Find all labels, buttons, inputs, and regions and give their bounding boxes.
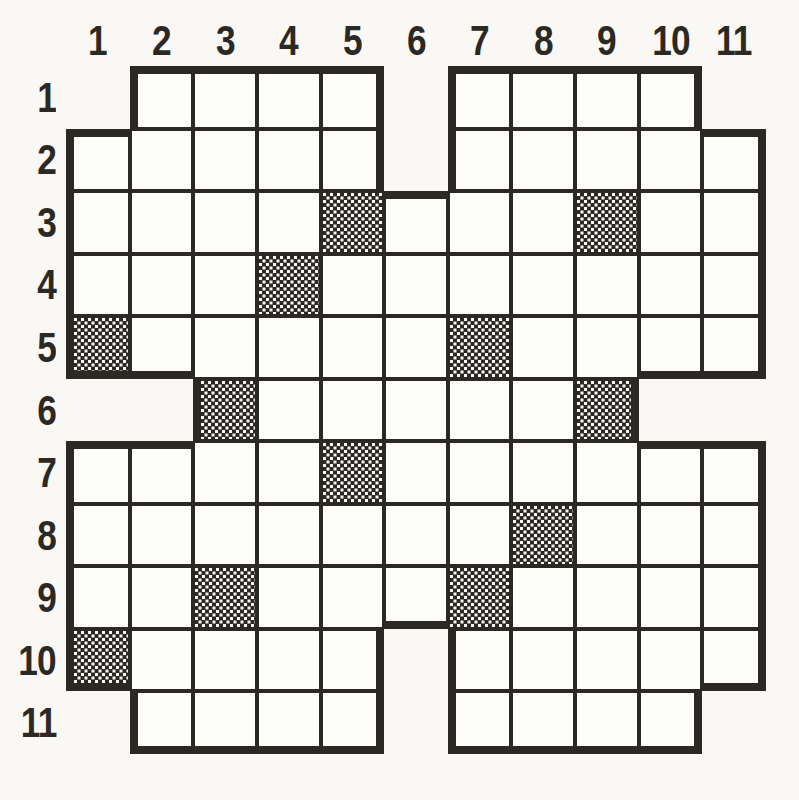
cell-r2c4[interactable] [257,129,321,192]
row-label-5: 5 [37,326,56,369]
cell-r7c3[interactable] [193,441,257,504]
cell-r11c4[interactable] [257,691,321,754]
cell-r3c7[interactable] [448,191,512,254]
cell-r1c7[interactable] [448,66,512,129]
column-label-slot-3: 3 [193,10,257,62]
row-label-slot-3: 3 [0,191,58,254]
column-labels: 1234567891011 [66,10,766,62]
cell-r9c9[interactable] [575,566,639,629]
column-label-5: 5 [343,19,362,62]
void-r11c1 [66,691,130,754]
cell-r9c10[interactable] [639,566,703,629]
cell-r10c4[interactable] [257,629,321,692]
row-label-10: 10 [18,639,56,682]
cell-r3c4[interactable] [257,191,321,254]
cell-r8c11[interactable] [702,504,766,567]
cell-r9c2[interactable] [130,566,194,629]
cell-r5c3[interactable] [193,316,257,379]
cell-r8c3[interactable] [193,504,257,567]
cell-r6c5[interactable] [321,379,385,442]
row-label-7: 7 [37,451,56,494]
cell-r8c1[interactable] [66,504,130,567]
puzzle-board [66,66,766,754]
cell-r10c9[interactable] [575,629,639,692]
cell-r11c8[interactable] [511,691,575,754]
cell-r9c8[interactable] [511,566,575,629]
row-label-1: 1 [37,76,56,119]
cell-r7c11[interactable] [702,441,766,504]
row-label-slot-5: 5 [0,316,58,379]
column-label-slot-5: 5 [321,10,385,62]
cell-r7c8[interactable] [511,441,575,504]
cell-r9c11[interactable] [702,566,766,629]
cell-r8c10[interactable] [639,504,703,567]
cell-r1c3[interactable] [193,66,257,129]
cell-r3c3[interactable] [193,191,257,254]
column-label-slot-7: 7 [448,10,512,62]
blocked-cell-r9c3 [193,566,257,629]
column-label-slot-11: 11 [702,10,766,62]
blocked-cell-r3c9 [575,191,639,254]
cell-r9c4[interactable] [257,566,321,629]
column-label-8: 8 [534,19,553,62]
column-label-4: 4 [279,19,298,62]
cell-r6c7[interactable] [448,379,512,442]
cell-r2c8[interactable] [511,129,575,192]
blocked-cell-r9c7 [448,566,512,629]
cell-r3c10[interactable] [639,191,703,254]
row-label-slot-7: 7 [0,441,58,504]
cell-r2c7[interactable] [448,129,512,192]
column-label-6: 6 [407,19,426,62]
cell-r5c11[interactable] [702,316,766,379]
row-label-slot-2: 2 [0,129,58,192]
row-label-slot-10: 10 [0,629,58,692]
cell-r2c1[interactable] [66,129,130,192]
void-r6c10 [639,379,703,442]
column-label-1: 1 [88,19,107,62]
cell-r7c4[interactable] [257,441,321,504]
column-label-2: 2 [152,19,171,62]
column-label-9: 9 [598,19,617,62]
void-r2c6 [384,129,448,192]
cell-r10c8[interactable] [511,629,575,692]
cell-r4c5[interactable] [321,254,385,317]
row-label-11: 11 [20,701,56,744]
column-label-7: 7 [470,19,489,62]
row-label-slot-9: 9 [0,566,58,629]
cell-r10c10[interactable] [639,629,703,692]
cell-r3c2[interactable] [130,191,194,254]
row-label-8: 8 [37,514,56,557]
blocked-cell-r7c5 [321,441,385,504]
cell-r3c11[interactable] [702,191,766,254]
cell-r4c8[interactable] [511,254,575,317]
cell-r11c7[interactable] [448,691,512,754]
void-r6c2 [130,379,194,442]
cell-r9c5[interactable] [321,566,385,629]
cell-r4c3[interactable] [193,254,257,317]
cell-r7c2[interactable] [130,441,194,504]
cell-r7c9[interactable] [575,441,639,504]
void-r11c6 [384,691,448,754]
blocked-cell-r5c1 [66,316,130,379]
void-r6c11 [702,379,766,442]
cell-r6c6[interactable] [384,379,448,442]
void-r1c11 [702,66,766,129]
cell-r1c5[interactable] [321,66,385,129]
row-labels: 1234567891011 [0,66,58,754]
cell-r10c11[interactable] [702,629,766,692]
cell-r1c2[interactable] [130,66,194,129]
row-label-slot-6: 6 [0,379,58,442]
cell-r5c8[interactable] [511,316,575,379]
column-label-slot-9: 9 [575,10,639,62]
cell-r2c3[interactable] [193,129,257,192]
void-r10c6 [384,629,448,692]
row-label-2: 2 [37,138,56,181]
cell-r11c10[interactable] [639,691,703,754]
cell-r10c5[interactable] [321,629,385,692]
row-label-slot-11: 11 [0,691,58,754]
cell-r11c9[interactable] [575,691,639,754]
cell-r8c7[interactable] [448,504,512,567]
blocked-cell-r6c9 [575,379,639,442]
row-label-4: 4 [37,263,56,306]
cell-r11c3[interactable] [193,691,257,754]
column-label-slot-1: 1 [66,10,130,62]
cell-r7c1[interactable] [66,441,130,504]
cell-r8c6[interactable] [384,504,448,567]
column-label-10: 10 [652,19,690,62]
void-r1c6 [384,66,448,129]
cell-r9c6[interactable] [384,566,448,629]
blocked-cell-r8c8 [511,504,575,567]
blocked-cell-r3c5 [321,191,385,254]
cell-r4c10[interactable] [639,254,703,317]
cell-r5c9[interactable] [575,316,639,379]
cell-r8c2[interactable] [130,504,194,567]
cell-r7c10[interactable] [639,441,703,504]
row-label-3: 3 [37,201,56,244]
cell-r4c6[interactable] [384,254,448,317]
cell-r1c10[interactable] [639,66,703,129]
cell-r1c4[interactable] [257,66,321,129]
cell-r5c2[interactable] [130,316,194,379]
cell-r4c11[interactable] [702,254,766,317]
void-r1c1 [66,66,130,129]
cell-r10c3[interactable] [193,629,257,692]
cell-r2c2[interactable] [130,129,194,192]
cell-r4c2[interactable] [130,254,194,317]
cell-r9c1[interactable] [66,566,130,629]
blocked-cell-r10c1 [66,629,130,692]
cell-r8c5[interactable] [321,504,385,567]
blocked-cell-r6c3 [193,379,257,442]
row-label-slot-4: 4 [0,254,58,317]
cell-r4c9[interactable] [575,254,639,317]
cell-r7c7[interactable] [448,441,512,504]
row-label-9: 9 [37,576,56,619]
column-label-slot-2: 2 [130,10,194,62]
cell-r3c8[interactable] [511,191,575,254]
column-label-slot-10: 10 [639,10,703,62]
cell-r3c1[interactable] [66,191,130,254]
cell-r2c9[interactable] [575,129,639,192]
cell-r10c7[interactable] [448,629,512,692]
row-label-6: 6 [37,389,56,432]
column-label-slot-8: 8 [511,10,575,62]
cell-r11c2[interactable] [130,691,194,754]
cell-r2c11[interactable] [702,129,766,192]
blocked-cell-r4c4 [257,254,321,317]
cell-r6c8[interactable] [511,379,575,442]
cell-r1c9[interactable] [575,66,639,129]
row-label-slot-8: 8 [0,504,58,567]
cell-r6c4[interactable] [257,379,321,442]
column-label-3: 3 [216,19,235,62]
cell-r8c9[interactable] [575,504,639,567]
cell-r1c8[interactable] [511,66,575,129]
cell-r2c10[interactable] [639,129,703,192]
column-label-11: 11 [716,19,752,62]
void-r6c1 [66,379,130,442]
cell-r4c7[interactable] [448,254,512,317]
cell-r11c5[interactable] [321,691,385,754]
cell-r4c1[interactable] [66,254,130,317]
cell-r5c6[interactable] [384,316,448,379]
column-label-slot-6: 6 [384,10,448,62]
cell-r2c5[interactable] [321,129,385,192]
row-label-slot-1: 1 [0,66,58,129]
cell-r10c2[interactable] [130,629,194,692]
void-r11c11 [702,691,766,754]
cell-r5c4[interactable] [257,316,321,379]
cell-r5c5[interactable] [321,316,385,379]
cell-r5c10[interactable] [639,316,703,379]
cell-r7c6[interactable] [384,441,448,504]
column-label-slot-4: 4 [257,10,321,62]
cell-r8c4[interactable] [257,504,321,567]
blocked-cell-r5c7 [448,316,512,379]
cell-r3c6[interactable] [384,191,448,254]
